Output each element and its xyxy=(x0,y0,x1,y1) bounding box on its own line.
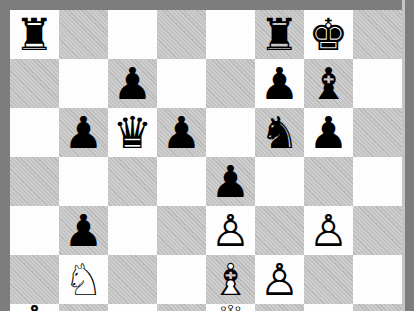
square-f7[interactable]: ♟ xyxy=(255,59,304,108)
piece-white-knight[interactable]: ♞♘ xyxy=(59,255,108,304)
square-a4[interactable] xyxy=(10,206,59,255)
piece-black-pawn[interactable]: ♟ xyxy=(59,108,108,157)
knight-outline-glyph: ♘ xyxy=(59,255,108,304)
square-f3[interactable]: ♟♙ xyxy=(255,255,304,304)
square-h2[interactable] xyxy=(353,304,402,311)
king-glyph: ♚ xyxy=(304,10,353,59)
chess-diagram: ♜♜♚♟♟♝♟♛♟♞♟♟♟♟♙♟♙♞♘♝♗♟♙♟♙♛♕ xyxy=(0,0,414,311)
square-a5[interactable] xyxy=(10,157,59,206)
piece-black-king[interactable]: ♚ xyxy=(304,10,353,59)
square-g5[interactable] xyxy=(304,157,353,206)
square-e4[interactable]: ♟♙ xyxy=(206,206,255,255)
piece-white-pawn[interactable]: ♟♙ xyxy=(304,206,353,255)
square-a2[interactable]: ♟♙ xyxy=(10,304,59,311)
square-g4[interactable]: ♟♙ xyxy=(304,206,353,255)
square-b7[interactable] xyxy=(59,59,108,108)
pawn-glyph: ♟ xyxy=(255,59,304,108)
square-f5[interactable] xyxy=(255,157,304,206)
square-d2[interactable] xyxy=(157,304,206,311)
pawn-outline-glyph: ♙ xyxy=(206,206,255,255)
piece-white-queen[interactable]: ♛♕ xyxy=(206,297,255,311)
square-e2[interactable]: ♛♕ xyxy=(206,304,255,311)
square-g3[interactable] xyxy=(304,255,353,304)
square-a7[interactable] xyxy=(10,59,59,108)
square-a6[interactable] xyxy=(10,108,59,157)
piece-black-pawn[interactable]: ♟ xyxy=(59,206,108,255)
knight-glyph: ♞ xyxy=(255,108,304,157)
piece-black-queen[interactable]: ♛ xyxy=(108,108,157,157)
pawn-outline-glyph: ♙ xyxy=(255,255,304,304)
square-e7[interactable] xyxy=(206,59,255,108)
square-b2[interactable] xyxy=(59,304,108,311)
chess-board: ♜♜♚♟♟♝♟♛♟♞♟♟♟♟♙♟♙♞♘♝♗♟♙♟♙♛♕ xyxy=(10,10,402,311)
square-a8[interactable]: ♜ xyxy=(10,10,59,59)
piece-black-pawn[interactable]: ♟ xyxy=(157,108,206,157)
rook-glyph: ♜ xyxy=(10,10,59,59)
piece-black-knight[interactable]: ♞ xyxy=(255,108,304,157)
pawn-glyph: ♟ xyxy=(59,206,108,255)
square-d5[interactable] xyxy=(157,157,206,206)
square-b3[interactable]: ♞♘ xyxy=(59,255,108,304)
square-g7[interactable]: ♝ xyxy=(304,59,353,108)
square-h5[interactable] xyxy=(353,157,402,206)
square-e5[interactable]: ♟ xyxy=(206,157,255,206)
pawn-glyph: ♟ xyxy=(206,157,255,206)
square-h6[interactable] xyxy=(353,108,402,157)
board-frame-bevel xyxy=(402,0,405,311)
square-b6[interactable]: ♟ xyxy=(59,108,108,157)
piece-black-pawn[interactable]: ♟ xyxy=(206,157,255,206)
square-c5[interactable] xyxy=(108,157,157,206)
bishop-glyph: ♝ xyxy=(304,59,353,108)
square-g2[interactable] xyxy=(304,304,353,311)
square-b8[interactable] xyxy=(59,10,108,59)
pawn-glyph: ♟ xyxy=(108,59,157,108)
square-h3[interactable] xyxy=(353,255,402,304)
square-e8[interactable] xyxy=(206,10,255,59)
square-b5[interactable] xyxy=(59,157,108,206)
pawn-glyph: ♟ xyxy=(304,108,353,157)
square-d3[interactable] xyxy=(157,255,206,304)
square-d4[interactable] xyxy=(157,206,206,255)
pawn-glyph: ♟ xyxy=(157,108,206,157)
piece-white-pawn[interactable]: ♟♙ xyxy=(255,255,304,304)
square-c6[interactable]: ♛ xyxy=(108,108,157,157)
pawn-outline-glyph: ♙ xyxy=(10,297,59,311)
queen-glyph: ♛ xyxy=(108,108,157,157)
square-f8[interactable]: ♜ xyxy=(255,10,304,59)
square-e6[interactable] xyxy=(206,108,255,157)
queen-outline-glyph: ♕ xyxy=(206,297,255,311)
square-h7[interactable] xyxy=(353,59,402,108)
square-f6[interactable]: ♞ xyxy=(255,108,304,157)
square-f4[interactable] xyxy=(255,206,304,255)
square-d6[interactable]: ♟ xyxy=(157,108,206,157)
piece-black-pawn[interactable]: ♟ xyxy=(304,108,353,157)
piece-black-bishop[interactable]: ♝ xyxy=(304,59,353,108)
square-h8[interactable] xyxy=(353,10,402,59)
piece-black-rook[interactable]: ♜ xyxy=(255,10,304,59)
square-c3[interactable] xyxy=(108,255,157,304)
pawn-outline-glyph: ♙ xyxy=(304,206,353,255)
square-b4[interactable]: ♟ xyxy=(59,206,108,255)
square-g6[interactable]: ♟ xyxy=(304,108,353,157)
rook-glyph: ♜ xyxy=(255,10,304,59)
square-f2[interactable] xyxy=(255,304,304,311)
square-h4[interactable] xyxy=(353,206,402,255)
square-c4[interactable] xyxy=(108,206,157,255)
pawn-glyph: ♟ xyxy=(59,108,108,157)
piece-black-pawn[interactable]: ♟ xyxy=(108,59,157,108)
square-c8[interactable] xyxy=(108,10,157,59)
square-c2[interactable] xyxy=(108,304,157,311)
piece-white-pawn[interactable]: ♟♙ xyxy=(206,206,255,255)
square-c7[interactable]: ♟ xyxy=(108,59,157,108)
piece-black-pawn[interactable]: ♟ xyxy=(255,59,304,108)
piece-white-pawn[interactable]: ♟♙ xyxy=(10,297,59,311)
square-d7[interactable] xyxy=(157,59,206,108)
square-g8[interactable]: ♚ xyxy=(304,10,353,59)
square-d8[interactable] xyxy=(157,10,206,59)
piece-black-rook[interactable]: ♜ xyxy=(10,10,59,59)
